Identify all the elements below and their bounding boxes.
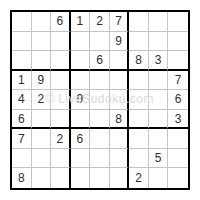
sudoku-cell-empty[interactable] — [51, 51, 71, 71]
sudoku-cell-empty[interactable] — [12, 149, 32, 169]
sudoku-cell-empty[interactable] — [71, 168, 91, 188]
sudoku-cell-given[interactable]: 9 — [71, 90, 91, 110]
sudoku-cell-empty[interactable] — [71, 71, 91, 91]
sudoku-cell-empty[interactable] — [168, 12, 188, 32]
sudoku-cell-given[interactable]: 2 — [51, 129, 71, 149]
sudoku-page: 612796831974296683726582 © LiveSudoku.co… — [0, 0, 200, 200]
sudoku-cell-given[interactable]: 2 — [129, 168, 149, 188]
sudoku-cell-given[interactable]: 6 — [168, 90, 188, 110]
sudoku-cell-empty[interactable] — [129, 71, 149, 91]
sudoku-cell-empty[interactable] — [168, 51, 188, 71]
sudoku-cell-empty[interactable] — [71, 32, 91, 52]
sudoku-cell-empty[interactable] — [32, 51, 52, 71]
sudoku-cell-empty[interactable] — [90, 32, 110, 52]
sudoku-cell-empty[interactable] — [51, 71, 71, 91]
sudoku-cell-given[interactable]: 3 — [168, 110, 188, 130]
sudoku-cell-empty[interactable] — [90, 149, 110, 169]
sudoku-cell-empty[interactable] — [32, 149, 52, 169]
sudoku-cell-empty[interactable] — [51, 110, 71, 130]
sudoku-cell-empty[interactable] — [110, 168, 130, 188]
sudoku-cell-empty[interactable] — [71, 149, 91, 169]
sudoku-cell-given[interactable]: 1 — [12, 71, 32, 91]
sudoku-cell-empty[interactable] — [129, 129, 149, 149]
sudoku-cell-empty[interactable] — [168, 129, 188, 149]
sudoku-cell-empty[interactable] — [12, 32, 32, 52]
sudoku-cell-empty[interactable] — [129, 90, 149, 110]
sudoku-cell-empty[interactable] — [110, 149, 130, 169]
sudoku-cell-empty[interactable] — [149, 129, 169, 149]
sudoku-cell-empty[interactable] — [129, 149, 149, 169]
sudoku-cell-empty[interactable] — [90, 129, 110, 149]
sudoku-cell-empty[interactable] — [12, 12, 32, 32]
sudoku-cell-empty[interactable] — [149, 110, 169, 130]
sudoku-cell-given[interactable]: 6 — [71, 129, 91, 149]
sudoku-cell-empty[interactable] — [32, 12, 52, 32]
sudoku-cell-empty[interactable] — [32, 129, 52, 149]
sudoku-cell-empty[interactable] — [32, 168, 52, 188]
sudoku-cell-empty[interactable] — [168, 149, 188, 169]
sudoku-cell-given[interactable]: 9 — [110, 32, 130, 52]
sudoku-board: 612796831974296683726582 — [10, 10, 190, 190]
sudoku-cell-empty[interactable] — [110, 129, 130, 149]
sudoku-cell-given[interactable]: 2 — [90, 12, 110, 32]
sudoku-cell-empty[interactable] — [90, 90, 110, 110]
sudoku-cell-empty[interactable] — [149, 32, 169, 52]
sudoku-cell-empty[interactable] — [110, 71, 130, 91]
sudoku-cell-empty[interactable] — [90, 71, 110, 91]
sudoku-cell-empty[interactable] — [71, 51, 91, 71]
sudoku-cell-empty[interactable] — [90, 168, 110, 188]
sudoku-cell-empty[interactable] — [168, 168, 188, 188]
sudoku-cell-given[interactable]: 6 — [12, 110, 32, 130]
sudoku-cell-given[interactable]: 4 — [12, 90, 32, 110]
sudoku-cell-given[interactable]: 3 — [149, 51, 169, 71]
sudoku-cell-given[interactable]: 8 — [110, 110, 130, 130]
sudoku-cell-given[interactable]: 8 — [129, 51, 149, 71]
sudoku-cell-empty[interactable] — [149, 12, 169, 32]
sudoku-cell-given[interactable]: 9 — [32, 71, 52, 91]
sudoku-cell-empty[interactable] — [32, 32, 52, 52]
sudoku-cell-given[interactable]: 6 — [90, 51, 110, 71]
sudoku-cell-given[interactable]: 8 — [12, 168, 32, 188]
sudoku-cell-given[interactable]: 7 — [110, 12, 130, 32]
sudoku-cell-given[interactable]: 7 — [12, 129, 32, 149]
sudoku-cell-given[interactable]: 7 — [168, 71, 188, 91]
sudoku-cell-empty[interactable] — [149, 168, 169, 188]
sudoku-cell-empty[interactable] — [71, 110, 91, 130]
sudoku-cell-empty[interactable] — [32, 110, 52, 130]
sudoku-cell-empty[interactable] — [149, 90, 169, 110]
sudoku-cell-empty[interactable] — [51, 32, 71, 52]
sudoku-cell-given[interactable]: 2 — [32, 90, 52, 110]
sudoku-cell-empty[interactable] — [110, 51, 130, 71]
sudoku-cell-empty[interactable] — [129, 110, 149, 130]
sudoku-cell-empty[interactable] — [51, 168, 71, 188]
sudoku-cell-empty[interactable] — [90, 110, 110, 130]
sudoku-cell-given[interactable]: 5 — [149, 149, 169, 169]
sudoku-cell-empty[interactable] — [12, 51, 32, 71]
sudoku-cell-empty[interactable] — [129, 12, 149, 32]
sudoku-cell-given[interactable]: 1 — [71, 12, 91, 32]
sudoku-cell-given[interactable]: 6 — [51, 12, 71, 32]
sudoku-cell-empty[interactable] — [149, 71, 169, 91]
sudoku-cell-empty[interactable] — [51, 90, 71, 110]
sudoku-cell-empty[interactable] — [51, 149, 71, 169]
sudoku-cell-empty[interactable] — [129, 32, 149, 52]
sudoku-cell-empty[interactable] — [110, 90, 130, 110]
sudoku-cell-empty[interactable] — [168, 32, 188, 52]
